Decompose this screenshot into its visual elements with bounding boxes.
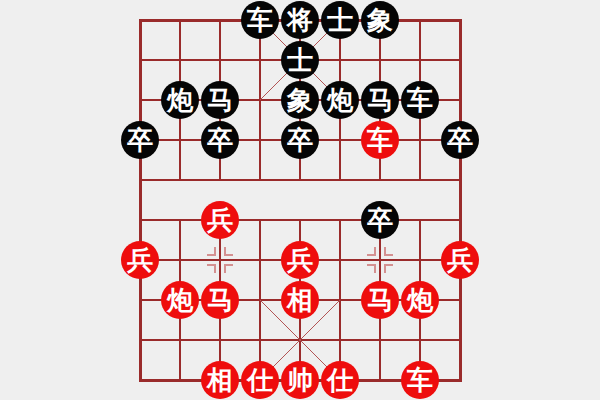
black-general[interactable]: 将 <box>281 1 319 39</box>
black-advisor[interactable]: 士 <box>321 1 359 39</box>
red-cannon[interactable]: 炮 <box>401 281 439 319</box>
black-advisor[interactable]: 士 <box>281 41 319 79</box>
red-soldier[interactable]: 兵 <box>441 241 479 279</box>
black-soldier[interactable]: 卒 <box>121 121 159 159</box>
black-chariot[interactable]: 车 <box>241 1 279 39</box>
red-soldier[interactable]: 兵 <box>201 201 239 239</box>
black-chariot[interactable]: 车 <box>401 81 439 119</box>
red-horse[interactable]: 马 <box>201 281 239 319</box>
point-marker-corner <box>224 247 233 256</box>
point-marker-corner <box>367 247 376 256</box>
red-horse[interactable]: 马 <box>361 281 399 319</box>
red-general[interactable]: 帅 <box>281 361 319 399</box>
red-chariot[interactable]: 车 <box>361 121 399 159</box>
app-background: 车将士象士炮马象炮马车卒卒卒车卒兵卒兵兵兵炮马相马炮相仕帅仕车 <box>0 0 600 400</box>
black-elephant[interactable]: 象 <box>361 1 399 39</box>
red-elephant[interactable]: 相 <box>281 281 319 319</box>
black-cannon[interactable]: 炮 <box>161 81 199 119</box>
black-horse[interactable]: 马 <box>361 81 399 119</box>
point-marker <box>360 240 400 280</box>
point-marker-corner <box>207 264 216 273</box>
black-soldier[interactable]: 卒 <box>201 121 239 159</box>
black-horse[interactable]: 马 <box>201 81 239 119</box>
red-soldier[interactable]: 兵 <box>121 241 159 279</box>
red-advisor[interactable]: 仕 <box>241 361 279 399</box>
point-marker-corner <box>207 247 216 256</box>
black-cannon[interactable]: 炮 <box>321 81 359 119</box>
point-marker-corner <box>224 264 233 273</box>
red-advisor[interactable]: 仕 <box>321 361 359 399</box>
point-marker-corner <box>384 247 393 256</box>
point-marker-corner <box>367 264 376 273</box>
black-soldier[interactable]: 卒 <box>441 121 479 159</box>
point-marker-corner <box>384 264 393 273</box>
black-soldier[interactable]: 卒 <box>361 201 399 239</box>
xiangqi-board: 车将士象士炮马象炮马车卒卒卒车卒兵卒兵兵兵炮马相马炮相仕帅仕车 <box>0 0 600 400</box>
point-marker <box>200 240 240 280</box>
red-chariot[interactable]: 车 <box>401 361 439 399</box>
board-grid: 车将士象士炮马象炮马车卒卒卒车卒兵卒兵兵兵炮马相马炮相仕帅仕车 <box>120 0 480 400</box>
red-soldier[interactable]: 兵 <box>281 241 319 279</box>
red-elephant[interactable]: 相 <box>201 361 239 399</box>
black-soldier[interactable]: 卒 <box>281 121 319 159</box>
red-cannon[interactable]: 炮 <box>161 281 199 319</box>
black-elephant[interactable]: 象 <box>281 81 319 119</box>
